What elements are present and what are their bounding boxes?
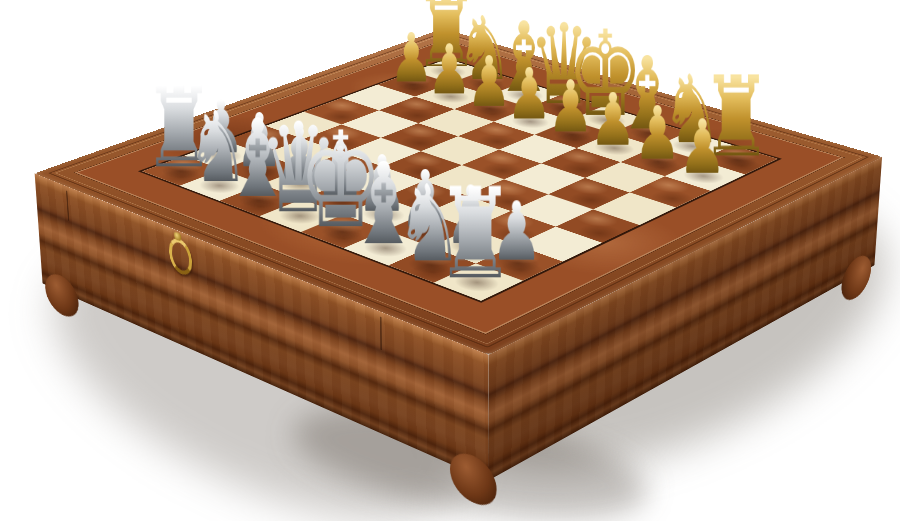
square-h6[interactable] bbox=[630, 176, 711, 207]
square-d6[interactable] bbox=[458, 122, 535, 150]
square-h4[interactable] bbox=[555, 209, 639, 243]
bun-foot-left bbox=[44, 268, 80, 323]
square-h1[interactable]: ♜ bbox=[434, 263, 523, 300]
piece-black-pawn-e7[interactable]: ♟ bbox=[548, 79, 594, 135]
chess-set-photo-scene: ♜♞♝♛♚♝♞♜♟♟♟♟♟♟♟♟♟♟♟♟♟♟♟♟♜♞♝♛♚♝♞♜ bbox=[0, 0, 900, 521]
ring-mount-knob bbox=[174, 232, 182, 242]
piece-black-pawn-f7[interactable]: ♟ bbox=[590, 92, 637, 149]
piece-white-rook-h1[interactable]: ♜ bbox=[435, 185, 516, 283]
chess-case: ♜♞♝♛♚♝♞♜♟♟♟♟♟♟♟♟♟♟♟♟♟♟♟♟♜♞♝♛♚♝♞♜ bbox=[35, 29, 882, 355]
drawer-seam-left bbox=[66, 191, 69, 222]
piece-black-pawn-h7[interactable]: ♟ bbox=[678, 118, 726, 176]
drawer-ring-pull-icon[interactable] bbox=[167, 236, 195, 277]
piece-black-pawn-c7[interactable]: ♟ bbox=[467, 55, 512, 109]
piece-black-pawn-g7[interactable]: ♟ bbox=[634, 105, 682, 163]
piece-black-pawn-d7[interactable]: ♟ bbox=[507, 67, 553, 122]
square-g6[interactable] bbox=[585, 162, 665, 193]
piece-black-pawn-b7[interactable]: ♟ bbox=[428, 43, 472, 97]
drawer-seam-right bbox=[380, 317, 382, 351]
case-3d-group: ♜♞♝♛♚♝♞♜♟♟♟♟♟♟♟♟♟♟♟♟♟♟♟♟♜♞♝♛♚♝♞♜ bbox=[35, 29, 882, 355]
square-b6[interactable] bbox=[379, 97, 454, 123]
